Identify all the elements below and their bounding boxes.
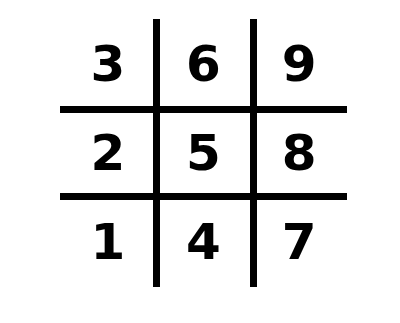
- tic-tac-toe-board: 3 6 9 2 5 8 1 4 7: [60, 19, 347, 287]
- grid-vertical-line-left: [153, 19, 160, 287]
- cell-r1c1: 3: [60, 19, 156, 108]
- cell-r1c2: 6: [156, 19, 252, 108]
- cell-grid: 3 6 9 2 5 8 1 4 7: [60, 19, 347, 287]
- page-background: 3 6 9 2 5 8 1 4 7: [0, 0, 400, 323]
- cell-r3c3: 7: [251, 198, 347, 287]
- grid-horizontal-line-top: [60, 106, 347, 113]
- grid-vertical-line-right: [250, 19, 257, 287]
- cell-r1c3: 9: [251, 19, 347, 108]
- cell-r2c2: 5: [156, 108, 252, 197]
- cell-r2c1: 2: [60, 108, 156, 197]
- grid-horizontal-line-bottom: [60, 193, 347, 200]
- cell-r3c2: 4: [156, 198, 252, 287]
- cell-r3c1: 1: [60, 198, 156, 287]
- cell-r2c3: 8: [251, 108, 347, 197]
